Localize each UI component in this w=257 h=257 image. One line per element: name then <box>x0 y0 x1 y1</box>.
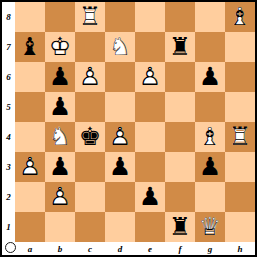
square-e5[interactable] <box>135 92 165 122</box>
square-a4[interactable] <box>15 122 45 152</box>
white-pawn-piece[interactable]: ♟♙ <box>105 122 135 152</box>
square-a2[interactable] <box>15 182 45 212</box>
square-a7[interactable]: ♝ <box>15 32 45 62</box>
rank-label-4: 4 <box>2 122 15 152</box>
white-rook-piece[interactable]: ♜♖ <box>225 122 255 152</box>
square-e7[interactable] <box>135 32 165 62</box>
chess-board: ♜♖♝♗♝♚♔♞♘♜♟♟♙♟♙♟♟♞♘♚♟♙♝♗♜♖♟♙♟♟♟♟♙♟♜♛♕ <box>15 2 255 242</box>
square-h1[interactable] <box>225 212 255 242</box>
square-e8[interactable] <box>135 2 165 32</box>
square-h3[interactable] <box>225 152 255 182</box>
square-d2[interactable] <box>105 182 135 212</box>
square-b7[interactable]: ♚♔ <box>45 32 75 62</box>
square-f5[interactable] <box>165 92 195 122</box>
square-h6[interactable] <box>225 62 255 92</box>
square-f3[interactable] <box>165 152 195 182</box>
black-pawn-piece[interactable]: ♟ <box>45 62 75 92</box>
white-king-piece[interactable]: ♚♔ <box>45 32 75 62</box>
file-label-b: b <box>45 242 75 255</box>
square-f8[interactable] <box>165 2 195 32</box>
square-c4[interactable]: ♚ <box>75 122 105 152</box>
square-f6[interactable] <box>165 62 195 92</box>
square-a1[interactable] <box>15 212 45 242</box>
file-label-c: c <box>75 242 105 255</box>
black-rook-piece[interactable]: ♜ <box>165 212 195 242</box>
rank-label-8: 8 <box>2 2 15 32</box>
square-a6[interactable] <box>15 62 45 92</box>
square-g6[interactable]: ♟ <box>195 62 225 92</box>
black-pawn-piece[interactable]: ♟ <box>195 62 225 92</box>
square-b8[interactable] <box>45 2 75 32</box>
square-a5[interactable] <box>15 92 45 122</box>
white-to-move-indicator <box>5 242 16 253</box>
square-h4[interactable]: ♜♖ <box>225 122 255 152</box>
file-label-e: e <box>135 242 165 255</box>
white-knight-piece[interactable]: ♞♘ <box>45 122 75 152</box>
square-g2[interactable] <box>195 182 225 212</box>
square-b3[interactable]: ♟ <box>45 152 75 182</box>
square-h5[interactable] <box>225 92 255 122</box>
white-pawn-piece[interactable]: ♟♙ <box>45 182 75 212</box>
black-pawn-piece[interactable]: ♟ <box>135 182 165 212</box>
black-pawn-piece[interactable]: ♟ <box>195 152 225 182</box>
rank-label-6: 6 <box>2 62 15 92</box>
square-a8[interactable] <box>15 2 45 32</box>
file-labels: a b c d e f g h <box>2 242 255 255</box>
square-c8[interactable]: ♜♖ <box>75 2 105 32</box>
black-rook-piece[interactable]: ♜ <box>165 32 195 62</box>
file-label-d: d <box>105 242 135 255</box>
rank-label-3: 3 <box>2 152 15 182</box>
square-c2[interactable] <box>75 182 105 212</box>
square-g8[interactable] <box>195 2 225 32</box>
square-g3[interactable]: ♟ <box>195 152 225 182</box>
rank-label-5: 5 <box>2 92 15 122</box>
square-d5[interactable] <box>105 92 135 122</box>
file-label-f: f <box>165 242 195 255</box>
square-d4[interactable]: ♟♙ <box>105 122 135 152</box>
square-d3[interactable]: ♟ <box>105 152 135 182</box>
square-e6[interactable]: ♟♙ <box>135 62 165 92</box>
white-bishop-piece[interactable]: ♝♗ <box>225 2 255 32</box>
white-queen-piece[interactable]: ♛♕ <box>195 212 225 242</box>
square-h2[interactable] <box>225 182 255 212</box>
file-label-a: a <box>15 242 45 255</box>
rank-label-7: 7 <box>2 32 15 62</box>
file-label-h: h <box>225 242 255 255</box>
square-d6[interactable] <box>105 62 135 92</box>
diagram-layout: 8 7 6 5 4 3 2 1 ♜♖♝♗♝♚♔♞♘♜♟♟♙♟♙♟♟♞♘♚♟♙♝♗… <box>2 2 255 255</box>
square-d7[interactable]: ♞♘ <box>105 32 135 62</box>
white-pawn-piece[interactable]: ♟♙ <box>75 62 105 92</box>
square-g5[interactable] <box>195 92 225 122</box>
black-king-piece[interactable]: ♚ <box>75 122 105 152</box>
square-c6[interactable]: ♟♙ <box>75 62 105 92</box>
square-f2[interactable] <box>165 182 195 212</box>
square-b4[interactable]: ♞♘ <box>45 122 75 152</box>
square-e1[interactable] <box>135 212 165 242</box>
white-knight-piece[interactable]: ♞♘ <box>105 32 135 62</box>
square-d8[interactable] <box>105 2 135 32</box>
square-b2[interactable]: ♟♙ <box>45 182 75 212</box>
square-b6[interactable]: ♟ <box>45 62 75 92</box>
white-pawn-piece[interactable]: ♟♙ <box>15 152 45 182</box>
square-f4[interactable] <box>165 122 195 152</box>
white-pawn-piece[interactable]: ♟♙ <box>135 62 165 92</box>
square-g4[interactable]: ♝♗ <box>195 122 225 152</box>
black-pawn-piece[interactable]: ♟ <box>45 92 75 122</box>
square-c7[interactable] <box>75 32 105 62</box>
square-f7[interactable]: ♜ <box>165 32 195 62</box>
square-c5[interactable] <box>75 92 105 122</box>
square-g1[interactable]: ♛♕ <box>195 212 225 242</box>
square-b5[interactable]: ♟ <box>45 92 75 122</box>
white-rook-piece[interactable]: ♜♖ <box>75 2 105 32</box>
square-h8[interactable]: ♝♗ <box>225 2 255 32</box>
chess-board-diagram: 8 7 6 5 4 3 2 1 ♜♖♝♗♝♚♔♞♘♜♟♟♙♟♙♟♟♞♘♚♟♙♝♗… <box>0 0 257 257</box>
square-c1[interactable] <box>75 212 105 242</box>
square-d1[interactable] <box>105 212 135 242</box>
square-b1[interactable] <box>45 212 75 242</box>
black-pawn-piece[interactable]: ♟ <box>105 152 135 182</box>
rank-labels: 8 7 6 5 4 3 2 1 <box>2 2 15 242</box>
square-h7[interactable] <box>225 32 255 62</box>
black-bishop-piece[interactable]: ♝ <box>15 32 45 62</box>
square-e3[interactable] <box>135 152 165 182</box>
file-label-g: g <box>195 242 225 255</box>
square-c3[interactable] <box>75 152 105 182</box>
square-a3[interactable]: ♟♙ <box>15 152 45 182</box>
square-f1[interactable]: ♜ <box>165 212 195 242</box>
white-bishop-piece[interactable]: ♝♗ <box>195 122 225 152</box>
square-e4[interactable] <box>135 122 165 152</box>
square-g7[interactable] <box>195 32 225 62</box>
rank-label-2: 2 <box>2 182 15 212</box>
black-pawn-piece[interactable]: ♟ <box>45 152 75 182</box>
square-e2[interactable]: ♟ <box>135 182 165 212</box>
rank-label-1: 1 <box>2 212 15 242</box>
